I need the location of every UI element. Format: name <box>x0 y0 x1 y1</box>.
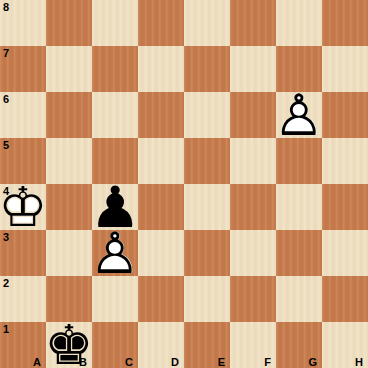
white-pawn-outline: ♙ <box>92 230 138 276</box>
square-b5[interactable] <box>46 138 92 184</box>
square-b1[interactable]: B♚ <box>46 322 92 368</box>
square-d6[interactable] <box>138 92 184 138</box>
square-f7[interactable] <box>230 46 276 92</box>
rank-label-5: 5 <box>3 139 9 151</box>
file-label-d: D <box>171 356 179 368</box>
file-label-c: C <box>125 356 133 368</box>
chess-board: 876♟♙54♚♔♟3♟♙21AB♚CDEFGH <box>0 0 368 368</box>
black-king[interactable]: ♚ <box>46 322 92 368</box>
square-f6[interactable] <box>230 92 276 138</box>
square-h3[interactable] <box>322 230 368 276</box>
square-b6[interactable] <box>46 92 92 138</box>
square-a6[interactable]: 6 <box>0 92 46 138</box>
square-b8[interactable] <box>46 0 92 46</box>
square-e6[interactable] <box>184 92 230 138</box>
rank-label-7: 7 <box>3 47 9 59</box>
square-e2[interactable] <box>184 276 230 322</box>
square-a4[interactable]: 4♚♔ <box>0 184 46 230</box>
square-c8[interactable] <box>92 0 138 46</box>
file-label-h: H <box>355 356 363 368</box>
square-h2[interactable] <box>322 276 368 322</box>
square-f2[interactable] <box>230 276 276 322</box>
square-g3[interactable] <box>276 230 322 276</box>
square-h1[interactable]: H <box>322 322 368 368</box>
file-label-g: G <box>308 356 317 368</box>
square-b3[interactable] <box>46 230 92 276</box>
square-e8[interactable] <box>184 0 230 46</box>
square-d4[interactable] <box>138 184 184 230</box>
square-h5[interactable] <box>322 138 368 184</box>
square-c3[interactable]: ♟♙ <box>92 230 138 276</box>
square-g4[interactable] <box>276 184 322 230</box>
square-c6[interactable] <box>92 92 138 138</box>
square-d1[interactable]: D <box>138 322 184 368</box>
file-label-a: A <box>33 356 41 368</box>
square-f5[interactable] <box>230 138 276 184</box>
white-pawn[interactable]: ♟♙ <box>92 230 138 276</box>
rank-label-8: 8 <box>3 1 9 13</box>
white-king[interactable]: ♚♔ <box>0 184 46 230</box>
black-king-glyph: ♚ <box>46 322 92 368</box>
white-pawn-outline: ♙ <box>276 92 322 138</box>
square-h8[interactable] <box>322 0 368 46</box>
square-f4[interactable] <box>230 184 276 230</box>
square-e4[interactable] <box>184 184 230 230</box>
file-label-f: F <box>264 356 271 368</box>
square-a8[interactable]: 8 <box>0 0 46 46</box>
rank-label-1: 1 <box>3 323 9 335</box>
square-e1[interactable]: E <box>184 322 230 368</box>
square-h7[interactable] <box>322 46 368 92</box>
square-a2[interactable]: 2 <box>0 276 46 322</box>
square-c7[interactable] <box>92 46 138 92</box>
square-d5[interactable] <box>138 138 184 184</box>
white-pawn[interactable]: ♟♙ <box>276 92 322 138</box>
square-f8[interactable] <box>230 0 276 46</box>
square-d3[interactable] <box>138 230 184 276</box>
square-a7[interactable]: 7 <box>0 46 46 92</box>
square-f3[interactable] <box>230 230 276 276</box>
square-c1[interactable]: C <box>92 322 138 368</box>
square-d8[interactable] <box>138 0 184 46</box>
square-b4[interactable] <box>46 184 92 230</box>
square-h4[interactable] <box>322 184 368 230</box>
square-f1[interactable]: F <box>230 322 276 368</box>
square-d7[interactable] <box>138 46 184 92</box>
square-h6[interactable] <box>322 92 368 138</box>
rank-label-6: 6 <box>3 93 9 105</box>
square-a1[interactable]: 1A <box>0 322 46 368</box>
square-g1[interactable]: G <box>276 322 322 368</box>
square-g8[interactable] <box>276 0 322 46</box>
square-g6[interactable]: ♟♙ <box>276 92 322 138</box>
square-e7[interactable] <box>184 46 230 92</box>
square-g2[interactable] <box>276 276 322 322</box>
square-e5[interactable] <box>184 138 230 184</box>
square-e3[interactable] <box>184 230 230 276</box>
square-d2[interactable] <box>138 276 184 322</box>
square-b7[interactable] <box>46 46 92 92</box>
white-king-outline: ♔ <box>0 184 46 230</box>
file-label-e: E <box>218 356 225 368</box>
rank-label-2: 2 <box>3 277 9 289</box>
